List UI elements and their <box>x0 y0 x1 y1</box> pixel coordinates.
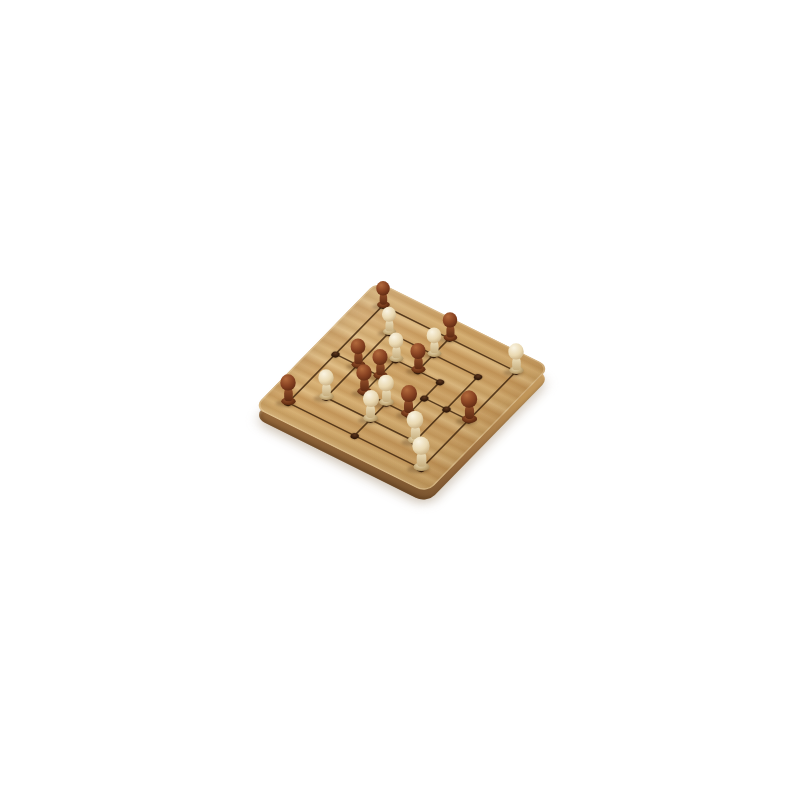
peg-head <box>281 374 296 390</box>
peg-brown-g4[interactable] <box>458 390 480 423</box>
peg-head <box>379 374 395 391</box>
peg-head <box>442 312 456 327</box>
peg-head <box>410 343 425 359</box>
peg-cream-b6[interactable] <box>380 307 399 335</box>
peg-head <box>376 281 389 295</box>
peg-cream-b2[interactable] <box>316 369 337 400</box>
peg-head <box>426 328 441 344</box>
product-photo-stage <box>0 0 800 800</box>
peg-cream-g1[interactable] <box>410 437 434 472</box>
peg-head <box>363 390 379 407</box>
peg-brown-d5[interactable] <box>408 343 429 373</box>
peg-head <box>382 307 396 322</box>
peg-head <box>357 364 372 380</box>
peg-head <box>509 343 524 359</box>
peg-brown-b4[interactable] <box>348 338 368 367</box>
peg-head <box>401 385 417 402</box>
peg-brown-a1[interactable] <box>278 374 299 405</box>
peg-head <box>319 369 334 385</box>
peg-head <box>350 338 365 354</box>
peg-head <box>407 411 424 429</box>
peg-cream-d2[interactable] <box>360 390 382 422</box>
peg-head <box>413 437 430 455</box>
pegs-layer <box>0 0 800 800</box>
peg-brown-a7[interactable] <box>374 281 392 308</box>
peg-head <box>388 333 403 349</box>
peg-head <box>461 390 477 407</box>
peg-cream-g7[interactable] <box>506 343 527 374</box>
peg-head <box>372 349 387 365</box>
